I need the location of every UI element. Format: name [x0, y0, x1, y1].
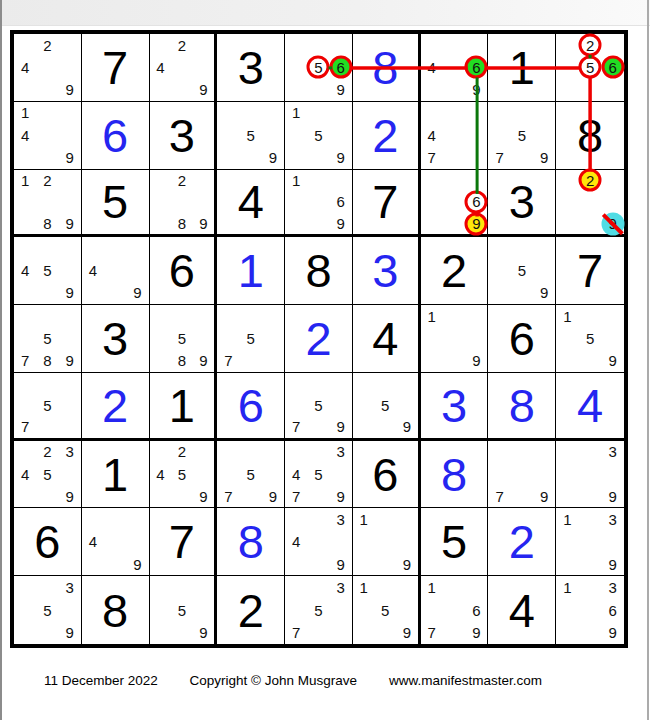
candidate-digit: 4 — [428, 60, 436, 75]
candidate-slot — [307, 170, 329, 192]
candidate-slot: 3 — [330, 508, 352, 530]
candidates-grid: 19 — [353, 508, 418, 575]
candidate-slot — [14, 146, 36, 168]
cell-r9c4[interactable]: 2 — [217, 576, 285, 644]
cell-r3c4[interactable]: 4 — [217, 170, 285, 238]
cell-r9c6[interactable]: 159 — [353, 576, 421, 644]
candidate-slot: 5 — [307, 394, 329, 416]
candidate-slot — [396, 531, 418, 553]
candidates-grid: 1289 — [14, 170, 81, 235]
candidates-grid: 57 — [14, 373, 81, 438]
candidate-slot: 1 — [14, 170, 36, 192]
candidate-slot — [488, 441, 510, 463]
candidate-slot — [601, 531, 624, 553]
candidate-slot — [59, 260, 81, 282]
candidate-digit: 9 — [472, 625, 480, 640]
candidate-digit: 5 — [381, 603, 389, 618]
digit-given: 7 — [372, 178, 398, 225]
candidate-slot — [533, 441, 555, 463]
candidate-slot: 3 — [601, 441, 624, 463]
candidate-slot: 9 — [396, 553, 418, 575]
candidate-slot — [193, 327, 215, 349]
candidate-slot: 9 — [396, 621, 418, 644]
candidate-slot — [126, 260, 148, 282]
cell-r7c8[interactable]: 79 — [488, 441, 556, 509]
candidate-digit: 4 — [21, 128, 29, 143]
candidate-slot — [36, 237, 58, 259]
candidate-digit: 1 — [428, 580, 436, 595]
candidate-slot — [193, 599, 215, 622]
cell-r2c1[interactable]: 149 — [14, 102, 82, 170]
cell-r5c7[interactable]: 19 — [421, 305, 489, 373]
cell-r5c2[interactable]: 3 — [82, 305, 150, 373]
candidates-grid: 569 — [285, 34, 352, 101]
cell-r4c8[interactable]: 59 — [488, 237, 556, 305]
window-chrome-strip — [0, 0, 650, 26]
candidate-digit: 6 — [472, 60, 480, 75]
candidate-digit: 8 — [43, 216, 51, 231]
digit-solved: 8 — [441, 451, 467, 498]
candidate-slot — [171, 621, 193, 644]
candidate-slot: 9 — [465, 621, 487, 644]
candidate-digit: 5 — [178, 467, 186, 482]
candidates-grid: 79 — [488, 441, 555, 508]
cell-r6c5[interactable]: 579 — [285, 373, 353, 441]
digit-given: 8 — [305, 247, 331, 294]
cell-r2c9[interactable]: 8 — [556, 102, 624, 170]
candidate-slot: 9 — [59, 485, 81, 507]
candidate-slot — [82, 508, 104, 530]
candidate-digit: 5 — [43, 263, 51, 278]
candidates-grid: 59 — [150, 576, 215, 644]
digit-solved: 6 — [102, 112, 128, 159]
candidates-grid: 1369 — [556, 576, 624, 644]
candidate-slot: 4 — [14, 463, 36, 485]
cell-r2c6[interactable]: 2 — [353, 102, 421, 170]
candidate-slot: 1 — [285, 170, 307, 192]
candidate-digit: 5 — [43, 467, 51, 482]
candidate-slot: 4 — [150, 56, 172, 78]
candidate-slot: 9 — [330, 79, 352, 101]
candidate-digit: 9 — [540, 489, 548, 504]
candidates-grid: 19 — [421, 305, 488, 372]
cell-r7c2[interactable]: 1 — [82, 441, 150, 509]
cell-r7c4[interactable]: 579 — [217, 441, 285, 509]
candidate-slot — [240, 441, 262, 463]
candidate-slot — [556, 213, 579, 235]
candidate-slot — [488, 124, 510, 146]
candidate-slot — [285, 599, 307, 622]
cell-r9c8[interactable]: 4 — [488, 576, 556, 644]
candidate-slot: 9 — [330, 213, 352, 235]
candidate-slot — [579, 213, 602, 235]
cell-r6c8[interactable]: 8 — [488, 373, 556, 441]
candidate-digit: 5 — [314, 60, 322, 75]
cell-r3c8[interactable]: 3 — [488, 170, 556, 238]
candidate-slot: 2 — [579, 34, 602, 56]
candidate-slot — [330, 394, 352, 416]
candidate-slot — [601, 327, 624, 349]
cell-r9c1[interactable]: 359 — [14, 576, 82, 644]
candidate-slot — [579, 553, 602, 575]
cell-r6c2[interactable]: 2 — [82, 373, 150, 441]
candidate-slot: 6 — [465, 56, 487, 78]
cell-r9c9[interactable]: 1369 — [556, 576, 624, 644]
candidate-digit: 9 — [133, 557, 141, 572]
candidate-digit: 5 — [247, 467, 255, 482]
candidate-slot: 4 — [82, 531, 104, 553]
cell-r4c6[interactable]: 3 — [353, 237, 421, 305]
cell-r6c3[interactable]: 1 — [150, 373, 218, 441]
candidate-slot — [307, 576, 329, 599]
candidate-slot: 2 — [36, 441, 58, 463]
candidate-slot — [488, 237, 510, 259]
cell-r1c9[interactable]: 256 — [556, 34, 624, 102]
cell-r2c3[interactable]: 3 — [150, 102, 218, 170]
cell-r7c9[interactable]: 39 — [556, 441, 624, 509]
candidate-slot: 3 — [601, 576, 624, 599]
cell-r1c7[interactable]: 469 — [421, 34, 489, 102]
candidate-slot — [171, 305, 193, 327]
candidate-slot: 3 — [330, 576, 352, 599]
candidate-slot: 4 — [421, 124, 443, 146]
candidate-slot — [36, 56, 58, 78]
candidate-slot — [330, 124, 352, 146]
candidates-grid: 29 — [556, 170, 624, 235]
cell-r3c2[interactable]: 5 — [82, 170, 150, 238]
candidate-slot — [579, 576, 602, 599]
candidate-digit: 9 — [199, 216, 207, 231]
candidate-slot — [59, 327, 81, 349]
candidate-digit: 6 — [609, 603, 617, 618]
candidate-slot — [443, 599, 465, 622]
candidate-slot — [353, 373, 375, 395]
footer-website-link[interactable]: www.manifestmaster.com — [389, 673, 542, 688]
candidates-grid: 579 — [285, 373, 352, 438]
candidate-digit: 4 — [292, 534, 300, 549]
cell-r4c2[interactable]: 49 — [82, 237, 150, 305]
candidate-slot — [396, 576, 418, 599]
candidate-digit: 7 — [428, 150, 436, 165]
cell-r8c6[interactable]: 19 — [353, 508, 421, 576]
candidate-slot: 6 — [601, 56, 624, 78]
candidate-slot — [126, 531, 148, 553]
candidate-digit: 2 — [586, 38, 594, 53]
digit-solved: 6 — [238, 382, 264, 429]
cell-r8c8[interactable]: 2 — [488, 508, 556, 576]
candidate-slot — [150, 350, 172, 372]
cell-r7c1[interactable]: 23459 — [14, 441, 82, 509]
candidate-slot: 9 — [330, 416, 352, 438]
cell-r8c9[interactable]: 139 — [556, 508, 624, 576]
candidate-digit: 3 — [609, 512, 617, 527]
cell-r3c9[interactable]: 29 — [556, 170, 624, 238]
candidate-slot — [579, 191, 602, 213]
cell-r9c3[interactable]: 59 — [150, 576, 218, 644]
candidate-digit: 6 — [472, 194, 480, 209]
candidate-slot — [150, 305, 172, 327]
cell-r5c5[interactable]: 2 — [285, 305, 353, 373]
candidate-slot — [601, 305, 624, 327]
candidate-digit: 9 — [609, 353, 617, 368]
candidate-digit: 9 — [337, 489, 345, 504]
cell-r8c7[interactable]: 5 — [421, 508, 489, 576]
cell-r5c1[interactable]: 5789 — [14, 305, 82, 373]
cell-r1c6[interactable]: 8 — [353, 34, 421, 102]
digit-given: 4 — [509, 587, 535, 634]
candidate-slot — [443, 124, 465, 146]
cell-r1c2[interactable]: 7 — [82, 34, 150, 102]
candidate-slot — [443, 170, 465, 192]
candidate-digit: 4 — [21, 467, 29, 482]
cell-r8c3[interactable]: 7 — [150, 508, 218, 576]
candidate-digit: 6 — [609, 60, 617, 75]
cell-r6c7[interactable]: 3 — [421, 373, 489, 441]
cell-r3c7[interactable]: 69 — [421, 170, 489, 238]
cell-r2c8[interactable]: 579 — [488, 102, 556, 170]
candidate-digit: 5 — [518, 263, 526, 278]
candidate-slot — [217, 146, 239, 168]
candidate-slot: 4 — [14, 260, 36, 282]
candidate-slot — [579, 508, 602, 530]
digit-given: 3 — [169, 112, 195, 159]
cell-r3c3[interactable]: 289 — [150, 170, 218, 238]
candidate-slot — [14, 327, 36, 349]
cell-r6c4[interactable]: 6 — [217, 373, 285, 441]
candidates-grid: 357 — [285, 576, 352, 644]
candidate-slot: 8 — [171, 350, 193, 372]
candidate-slot — [59, 191, 81, 213]
digit-solved: 1 — [238, 247, 264, 294]
candidate-slot — [285, 213, 307, 235]
digit-given: 6 — [34, 518, 60, 565]
cell-r4c1[interactable]: 459 — [14, 237, 82, 305]
cell-r4c5[interactable]: 8 — [285, 237, 353, 305]
cell-r6c9[interactable]: 4 — [556, 373, 624, 441]
cell-r8c5[interactable]: 349 — [285, 508, 353, 576]
candidate-digit: 2 — [178, 173, 186, 188]
candidate-digit: 7 — [428, 625, 436, 640]
candidate-digit: 9 — [65, 216, 73, 231]
cell-r5c3[interactable]: 589 — [150, 305, 218, 373]
cell-r3c6[interactable]: 7 — [353, 170, 421, 238]
cell-r3c5[interactable]: 169 — [285, 170, 353, 238]
cell-r2c2[interactable]: 6 — [82, 102, 150, 170]
cell-r2c4[interactable]: 59 — [217, 102, 285, 170]
cell-r1c3[interactable]: 249 — [150, 34, 218, 102]
window-right-edge — [647, 0, 649, 720]
candidate-slot — [533, 124, 555, 146]
candidate-digit: 1 — [360, 512, 368, 527]
candidate-slot: 9 — [601, 213, 624, 235]
candidate-digit: 5 — [43, 331, 51, 346]
candidate-slot — [374, 553, 396, 575]
candidate-digit: 7 — [495, 489, 503, 504]
cell-r4c3[interactable]: 6 — [150, 237, 218, 305]
candidate-slot — [374, 508, 396, 530]
candidate-digit: 2 — [43, 444, 51, 459]
cell-r8c2[interactable]: 49 — [82, 508, 150, 576]
candidate-slot — [285, 191, 307, 213]
candidates-grid: 2459 — [150, 441, 215, 508]
candidates-grid: 469 — [421, 34, 488, 101]
candidate-slot — [374, 531, 396, 553]
candidate-slot: 9 — [533, 146, 555, 168]
digit-given: 8 — [577, 112, 603, 159]
candidate-slot: 5 — [171, 599, 193, 622]
candidates-grid: 49 — [82, 508, 149, 575]
candidate-slot: 6 — [330, 191, 352, 213]
candidate-slot: 9 — [262, 485, 284, 507]
candidate-digit: 4 — [89, 263, 97, 278]
candidate-slot — [240, 350, 262, 372]
candidate-slot — [59, 416, 81, 438]
candidate-slot — [104, 260, 126, 282]
candidate-slot — [307, 508, 329, 530]
candidate-slot: 1 — [285, 102, 307, 124]
cell-r7c6[interactable]: 6 — [353, 441, 421, 509]
candidate-slot — [488, 260, 510, 282]
candidate-slot: 6 — [465, 191, 487, 213]
cell-r5c8[interactable]: 6 — [488, 305, 556, 373]
digit-solved: 8 — [372, 44, 398, 91]
candidate-digit: 5 — [247, 331, 255, 346]
candidate-slot — [443, 34, 465, 56]
cell-r4c9[interactable]: 7 — [556, 237, 624, 305]
candidate-slot — [488, 102, 510, 124]
candidate-slot — [14, 282, 36, 304]
candidate-digit: 5 — [178, 603, 186, 618]
candidate-slot — [601, 463, 624, 485]
candidate-slot — [579, 79, 602, 101]
digit-given: 4 — [372, 315, 398, 362]
candidate-slot — [14, 79, 36, 101]
cell-r5c9[interactable]: 159 — [556, 305, 624, 373]
cell-r7c7[interactable]: 8 — [421, 441, 489, 509]
cell-r5c6[interactable]: 4 — [353, 305, 421, 373]
candidate-digit: 7 — [21, 419, 29, 434]
candidate-slot: 5 — [307, 463, 329, 485]
cell-r6c1[interactable]: 57 — [14, 373, 82, 441]
candidate-slot — [307, 34, 329, 56]
candidate-digit: 9 — [199, 625, 207, 640]
candidate-slot: 9 — [59, 282, 81, 304]
cell-r5c4[interactable]: 57 — [217, 305, 285, 373]
cell-r6c6[interactable]: 59 — [353, 373, 421, 441]
page: 2497249356984691256149635915924757981289… — [0, 0, 650, 720]
candidate-slot — [488, 463, 510, 485]
candidate-digit: 5 — [314, 128, 322, 143]
candidate-slot — [556, 485, 579, 507]
candidate-slot — [14, 34, 36, 56]
candidate-slot — [443, 621, 465, 644]
candidate-slot — [150, 576, 172, 599]
cell-r9c7[interactable]: 1679 — [421, 576, 489, 644]
candidate-slot — [307, 416, 329, 438]
candidate-slot — [556, 553, 579, 575]
candidate-digit: 1 — [292, 173, 300, 188]
candidates-grid: 69 — [421, 170, 488, 235]
cell-r8c1[interactable]: 6 — [14, 508, 82, 576]
cell-r4c7[interactable]: 2 — [421, 237, 489, 305]
candidate-slot — [556, 56, 579, 78]
candidate-digit: 5 — [586, 331, 594, 346]
candidate-slot: 4 — [285, 463, 307, 485]
digit-given: 5 — [102, 178, 128, 225]
cell-r1c8[interactable]: 1 — [488, 34, 556, 102]
cell-r1c5[interactable]: 569 — [285, 34, 353, 102]
cell-r2c5[interactable]: 159 — [285, 102, 353, 170]
candidate-digit: 9 — [133, 285, 141, 300]
candidate-slot: 7 — [217, 485, 239, 507]
cell-r3c1[interactable]: 1289 — [14, 170, 82, 238]
candidate-slot — [150, 213, 172, 235]
candidate-digit: 5 — [247, 128, 255, 143]
candidate-slot — [36, 621, 58, 644]
candidate-digit: 9 — [609, 557, 617, 572]
candidate-slot — [511, 237, 533, 259]
candidate-slot — [14, 305, 36, 327]
candidate-slot — [307, 621, 329, 644]
candidate-slot — [262, 463, 284, 485]
candidate-slot: 7 — [488, 146, 510, 168]
candidate-slot: 9 — [193, 621, 215, 644]
candidate-slot: 9 — [193, 485, 215, 507]
digit-solved: 3 — [441, 382, 467, 429]
candidate-slot — [353, 394, 375, 416]
cell-r8c4[interactable]: 8 — [217, 508, 285, 576]
candidate-slot: 4 — [421, 56, 443, 78]
candidate-digit: 9 — [199, 489, 207, 504]
candidate-slot: 5 — [171, 463, 193, 485]
candidate-slot — [193, 34, 215, 56]
cell-r1c1[interactable]: 249 — [14, 34, 82, 102]
candidate-slot — [579, 350, 602, 372]
candidate-slot — [465, 124, 487, 146]
candidate-digit: 9 — [337, 419, 345, 434]
candidate-slot: 2 — [579, 170, 602, 192]
candidate-slot — [59, 463, 81, 485]
candidate-slot — [36, 191, 58, 213]
cell-r7c3[interactable]: 2459 — [150, 441, 218, 509]
candidate-slot — [59, 56, 81, 78]
candidate-digit: 5 — [314, 398, 322, 413]
candidate-slot — [307, 373, 329, 395]
candidate-digit: 2 — [43, 38, 51, 53]
candidate-slot — [579, 441, 602, 463]
candidate-slot: 2 — [36, 170, 58, 192]
candidate-slot — [307, 553, 329, 575]
cell-r9c5[interactable]: 357 — [285, 576, 353, 644]
cell-r2c7[interactable]: 47 — [421, 102, 489, 170]
candidate-digit: 9 — [65, 625, 73, 640]
candidate-digit: 5 — [43, 398, 51, 413]
candidate-digit: 4 — [21, 60, 29, 75]
candidate-slot: 5 — [307, 56, 329, 78]
cell-r9c2[interactable]: 8 — [82, 576, 150, 644]
candidate-slot — [330, 463, 352, 485]
cell-r7c5[interactable]: 34579 — [285, 441, 353, 509]
candidates-grid: 59 — [217, 102, 284, 169]
candidate-slot: 5 — [36, 599, 58, 622]
cell-r4c4[interactable]: 1 — [217, 237, 285, 305]
candidate-digit: 4 — [156, 60, 164, 75]
candidate-slot: 5 — [240, 463, 262, 485]
candidate-slot — [14, 621, 36, 644]
cell-r1c4[interactable]: 3 — [217, 34, 285, 102]
candidate-slot — [285, 394, 307, 416]
candidate-digit: 9 — [472, 82, 480, 97]
